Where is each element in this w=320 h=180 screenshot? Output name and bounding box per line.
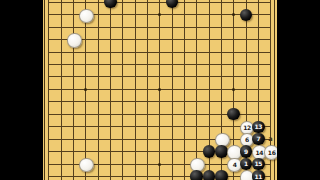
move-number-label: 6 (245, 137, 249, 143)
point-marker-label: a (268, 136, 272, 143)
star-point (158, 13, 161, 16)
pillarbox-left (0, 0, 43, 180)
go-board-surface: 12136791416411511a (43, 0, 277, 180)
move-number-label: 9 (244, 149, 248, 155)
black-stone: 9 (240, 145, 252, 157)
black-stone: 7 (252, 133, 264, 145)
black-stone (203, 145, 215, 157)
black-stone: 13 (252, 121, 264, 133)
move-number-label: 11 (254, 174, 262, 180)
black-stone (227, 108, 239, 120)
move-number-label: 1 (244, 161, 248, 167)
grid-line-horizontal (49, 176, 271, 177)
black-stone: 15 (252, 158, 264, 170)
black-stone: 11 (252, 170, 264, 180)
white-stone (67, 33, 81, 47)
black-stone: 1 (240, 158, 252, 170)
black-stone (215, 170, 227, 180)
grid-line-horizontal (49, 101, 271, 102)
grid-line-horizontal (49, 76, 271, 77)
black-stone (215, 145, 227, 157)
pillarbox-right (277, 0, 320, 180)
move-number-label: 14 (255, 150, 263, 156)
grid-line-horizontal (49, 139, 271, 140)
star-point (232, 88, 235, 91)
move-number-label: 12 (243, 125, 251, 131)
black-stone (166, 0, 178, 8)
white-stone (79, 158, 93, 172)
star-point (232, 13, 235, 16)
board-edge-line (44, 0, 45, 180)
grid-line-horizontal (49, 27, 271, 28)
move-number-label: 15 (254, 161, 262, 167)
grid-line-horizontal (49, 64, 271, 65)
move-number-label: 13 (254, 124, 262, 130)
white-stone: 16 (264, 145, 277, 159)
black-stone (190, 170, 202, 180)
move-number-label: 4 (233, 162, 237, 168)
star-point (158, 163, 161, 166)
video-frame: 12136791416411511a (0, 0, 320, 180)
star-point (158, 88, 161, 91)
black-stone (203, 170, 215, 180)
star-point (84, 88, 87, 91)
move-number-label: 16 (268, 150, 276, 156)
black-stone (104, 0, 116, 8)
move-number-label: 7 (256, 136, 260, 142)
grid-line-horizontal (49, 39, 271, 40)
grid-line-horizontal (49, 126, 271, 127)
grid-line-horizontal (49, 52, 271, 53)
black-stone (240, 9, 252, 21)
white-stone (79, 9, 93, 23)
grid-line-horizontal (49, 2, 271, 3)
